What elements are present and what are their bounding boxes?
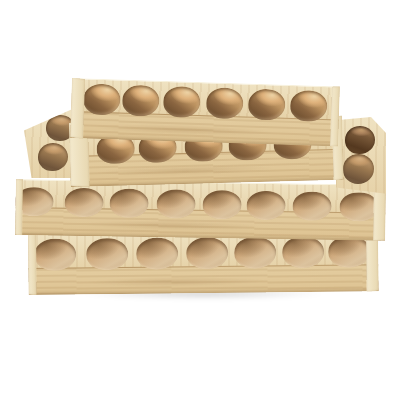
tier-3 [15,179,386,241]
tier-1-back [70,78,340,146]
tier-3-end-face-l [15,179,23,235]
wooden-pit-board-photo [0,0,400,400]
tier-4-front-end-face-l [28,233,37,295]
tier-1-back-end-face-l [70,78,85,139]
pit-tier-2-right-edge-1[interactable] [345,126,375,154]
tier-2-right-edge [336,117,386,197]
pit-tier-2-left-edge-2[interactable] [38,143,68,171]
pit-tier-2-right-edge-2[interactable] [343,154,374,184]
